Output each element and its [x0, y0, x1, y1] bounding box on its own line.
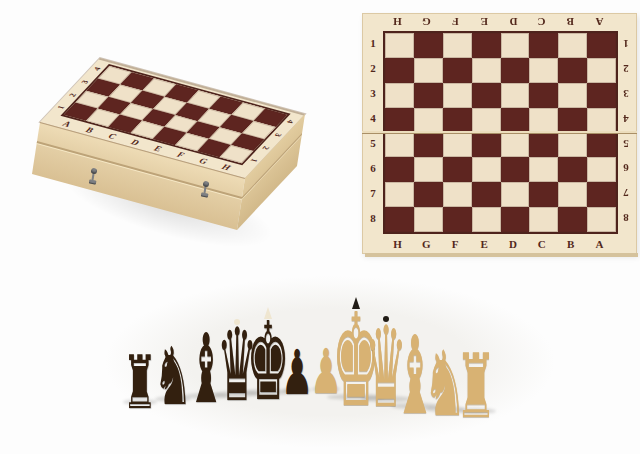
rank-number: 7: [618, 180, 634, 205]
square-b5: [558, 133, 587, 158]
square-b4: [558, 108, 587, 133]
piece-light-rook: ♜: [455, 342, 496, 431]
file-letter: F: [441, 236, 470, 251]
file-letter: B: [556, 15, 585, 30]
file-letter: B: [556, 236, 585, 251]
rank-number: 6: [618, 155, 634, 180]
square-h6: [385, 157, 414, 182]
square-a6: [587, 157, 616, 182]
square-d8: [501, 207, 530, 232]
square-e2: [472, 58, 501, 83]
square-e8: [472, 207, 501, 232]
square-h3: [385, 83, 414, 108]
square-h2: [385, 58, 414, 83]
square-b6: [558, 157, 587, 182]
rank-number: 5: [365, 131, 381, 156]
clasp-base: [200, 192, 208, 197]
file-letter: E: [470, 236, 499, 251]
square-g5: [414, 133, 443, 158]
square-b2: [558, 58, 587, 83]
square-a4: [587, 108, 616, 133]
square-e3: [472, 83, 501, 108]
square-g4: [414, 108, 443, 133]
rank-number: 8: [618, 205, 634, 230]
square-f7: [443, 182, 472, 207]
square-c1: [529, 33, 558, 58]
square-b8: [558, 207, 587, 232]
square-f8: [443, 207, 472, 232]
square-e6: [472, 157, 501, 182]
square-h7: [385, 182, 414, 207]
square-a8: [587, 207, 616, 232]
file-letter: D: [499, 15, 528, 30]
rank-number: 3: [365, 81, 381, 106]
square-a5: [587, 133, 616, 158]
square-f2: [443, 58, 472, 83]
square-c7: [529, 182, 558, 207]
square-b7: [558, 182, 587, 207]
square-a3: [587, 83, 616, 108]
square-c2: [529, 58, 558, 83]
square-e4: [472, 108, 501, 133]
square-h5: [385, 133, 414, 158]
square-g8: [414, 207, 443, 232]
square-e5: [472, 133, 501, 158]
file-letter: H: [383, 15, 412, 30]
fold-seam: [362, 131, 637, 134]
file-letter: C: [527, 236, 556, 251]
rank-number: 2: [618, 56, 634, 81]
square-g3: [414, 83, 443, 108]
rank-number: 1: [618, 31, 634, 56]
flat-chessboard: HGFEDCBA HGFEDCBA 12345678 12345678: [362, 13, 637, 254]
square-c5: [529, 133, 558, 158]
rank-number: 6: [365, 155, 381, 180]
chess-set-photo: ABCDEFGH 1234 1234 HGFEDCBA HGFEDCBA 123…: [0, 0, 640, 454]
square-d1: [501, 33, 530, 58]
file-letter: C: [527, 15, 556, 30]
square-g6: [414, 157, 443, 182]
rank-number: 4: [365, 106, 381, 131]
file-letter: F: [441, 15, 470, 30]
square-g7: [414, 182, 443, 207]
square-b3: [558, 83, 587, 108]
file-letter: E: [470, 15, 499, 30]
clasp-base: [88, 179, 96, 184]
square-c3: [529, 83, 558, 108]
file-letter: D: [499, 236, 528, 251]
piece-dark-pawn: ♟: [281, 342, 313, 404]
square-f6: [443, 157, 472, 182]
square-h1: [385, 33, 414, 58]
square-e1: [472, 33, 501, 58]
square-d2: [501, 58, 530, 83]
rank-number: 8: [365, 205, 381, 230]
file-letter: A: [585, 236, 614, 251]
finial-spike-icon: [264, 307, 272, 319]
file-letters-top: HGFEDCBA: [383, 15, 614, 30]
rank-number: 7: [365, 180, 381, 205]
square-g2: [414, 58, 443, 83]
square-b1: [558, 33, 587, 58]
file-letter: A: [585, 15, 614, 30]
rank-number: 3: [618, 81, 634, 106]
rank-number: 4: [618, 106, 634, 131]
square-d3: [501, 83, 530, 108]
square-f4: [443, 108, 472, 133]
square-f1: [443, 33, 472, 58]
square-g1: [414, 33, 443, 58]
file-letter: G: [412, 15, 441, 30]
square-d5: [501, 133, 530, 158]
square-d4: [501, 108, 530, 133]
square-e7: [472, 182, 501, 207]
square-c8: [529, 207, 558, 232]
square-a1: [587, 33, 616, 58]
square-f5: [443, 133, 472, 158]
file-letter: G: [412, 236, 441, 251]
piece-dark-rook: ♜: [123, 345, 157, 419]
file-letters-bottom: HGFEDCBA: [383, 236, 614, 251]
square-a2: [587, 58, 616, 83]
square-c6: [529, 157, 558, 182]
rank-number: 2: [365, 56, 381, 81]
square-c4: [529, 108, 558, 133]
file-letter: H: [383, 236, 412, 251]
rank-number: 1: [365, 31, 381, 56]
rank-number: 5: [618, 131, 634, 156]
square-h4: [385, 108, 414, 133]
square-h8: [385, 207, 414, 232]
square-a7: [587, 182, 616, 207]
square-d7: [501, 182, 530, 207]
square-d6: [501, 157, 530, 182]
square-f3: [443, 83, 472, 108]
finial-spike-icon: [352, 297, 360, 309]
